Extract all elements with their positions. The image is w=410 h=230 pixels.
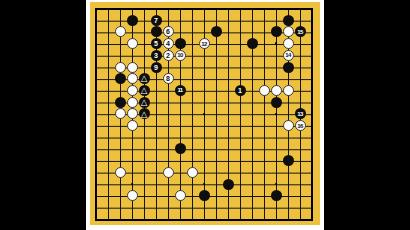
white-stone[interactable] xyxy=(127,73,138,84)
move-number-label: 3 xyxy=(154,52,158,59)
white-stone[interactable] xyxy=(127,120,138,131)
triangle-marked-black-stone[interactable]: △ xyxy=(139,73,150,84)
white-stone[interactable] xyxy=(283,120,294,131)
move-15-stone[interactable]: 15 xyxy=(295,26,306,37)
triangle-mark-icon: △ xyxy=(141,86,148,95)
move-number-label: 11 xyxy=(177,88,182,94)
black-stone[interactable] xyxy=(271,97,282,108)
white-stone[interactable] xyxy=(115,62,126,73)
letterbox-right xyxy=(324,0,410,230)
goban[interactable]: △△△△12345678910111213141516 xyxy=(90,2,320,225)
move-11-stone[interactable]: 11 xyxy=(175,85,186,96)
black-stone[interactable] xyxy=(283,155,294,166)
white-stone[interactable] xyxy=(259,85,270,96)
white-stone[interactable] xyxy=(127,190,138,201)
move-number-label: 6 xyxy=(166,29,170,36)
move-16-stone[interactable]: 16 xyxy=(295,120,306,131)
white-stone[interactable] xyxy=(283,38,294,49)
triangle-marked-black-stone[interactable]: △ xyxy=(139,97,150,108)
black-stone[interactable] xyxy=(199,190,210,201)
move-number-label: 10 xyxy=(177,52,182,58)
diagram-card: △△△△12345678910111213141516 xyxy=(86,0,324,230)
white-stone[interactable] xyxy=(127,38,138,49)
triangle-marked-black-stone[interactable]: △ xyxy=(139,85,150,96)
move-number-label: 1 xyxy=(238,87,242,94)
move-14-stone[interactable]: 14 xyxy=(283,50,294,61)
move-number-label: 7 xyxy=(154,17,158,24)
move-number-label: 5 xyxy=(154,40,158,47)
move-7-stone[interactable]: 7 xyxy=(151,15,162,26)
black-stone[interactable] xyxy=(175,38,186,49)
move-number-label: 12 xyxy=(201,41,206,47)
black-stone[interactable] xyxy=(115,73,126,84)
move-3-stone[interactable]: 3 xyxy=(151,50,162,61)
move-number-label: 16 xyxy=(297,123,302,129)
black-stone[interactable] xyxy=(271,26,282,37)
move-number-label: 14 xyxy=(285,52,290,58)
move-5-stone[interactable]: 5 xyxy=(151,38,162,49)
white-stone[interactable] xyxy=(115,167,126,178)
screen: △△△△12345678910111213141516 xyxy=(0,0,410,230)
black-stone[interactable] xyxy=(175,143,186,154)
move-number-label: 4 xyxy=(166,40,170,47)
move-6-stone[interactable]: 6 xyxy=(163,26,174,37)
move-1-stone[interactable]: 1 xyxy=(235,85,246,96)
move-number-label: 8 xyxy=(166,75,170,82)
white-stone[interactable] xyxy=(115,26,126,37)
black-stone[interactable] xyxy=(127,15,138,26)
move-number-label: 9 xyxy=(154,64,158,71)
black-stone[interactable] xyxy=(151,26,162,37)
move-number-label: 13 xyxy=(297,111,302,117)
letterbox-left xyxy=(0,0,86,230)
black-stone[interactable] xyxy=(223,179,234,190)
white-stone[interactable] xyxy=(283,85,294,96)
move-9-stone[interactable]: 9 xyxy=(151,62,162,73)
black-stone[interactable] xyxy=(283,15,294,26)
move-12-stone[interactable]: 12 xyxy=(199,38,210,49)
white-stone[interactable] xyxy=(127,85,138,96)
black-stone[interactable] xyxy=(115,97,126,108)
white-stone[interactable] xyxy=(187,167,198,178)
white-stone[interactable] xyxy=(115,108,126,119)
move-number-label: 2 xyxy=(166,52,170,59)
move-number-label: 15 xyxy=(297,29,302,35)
white-stone[interactable] xyxy=(127,108,138,119)
white-stone[interactable] xyxy=(127,62,138,73)
triangle-mark-icon: △ xyxy=(141,97,148,106)
white-stone[interactable] xyxy=(283,26,294,37)
white-stone[interactable] xyxy=(271,85,282,96)
triangle-marked-black-stone[interactable]: △ xyxy=(139,108,150,119)
black-stone[interactable] xyxy=(283,62,294,73)
black-stone[interactable] xyxy=(271,190,282,201)
move-10-stone[interactable]: 10 xyxy=(175,50,186,61)
triangle-mark-icon: △ xyxy=(141,109,148,118)
white-stone[interactable] xyxy=(163,167,174,178)
move-8-stone[interactable]: 8 xyxy=(163,73,174,84)
white-stone[interactable] xyxy=(127,97,138,108)
black-stone[interactable] xyxy=(247,38,258,49)
triangle-mark-icon: △ xyxy=(141,74,148,83)
move-4-stone[interactable]: 4 xyxy=(163,38,174,49)
black-stone[interactable] xyxy=(211,26,222,37)
move-2-stone[interactable]: 2 xyxy=(163,50,174,61)
move-13-stone[interactable]: 13 xyxy=(295,108,306,119)
white-stone[interactable] xyxy=(175,190,186,201)
